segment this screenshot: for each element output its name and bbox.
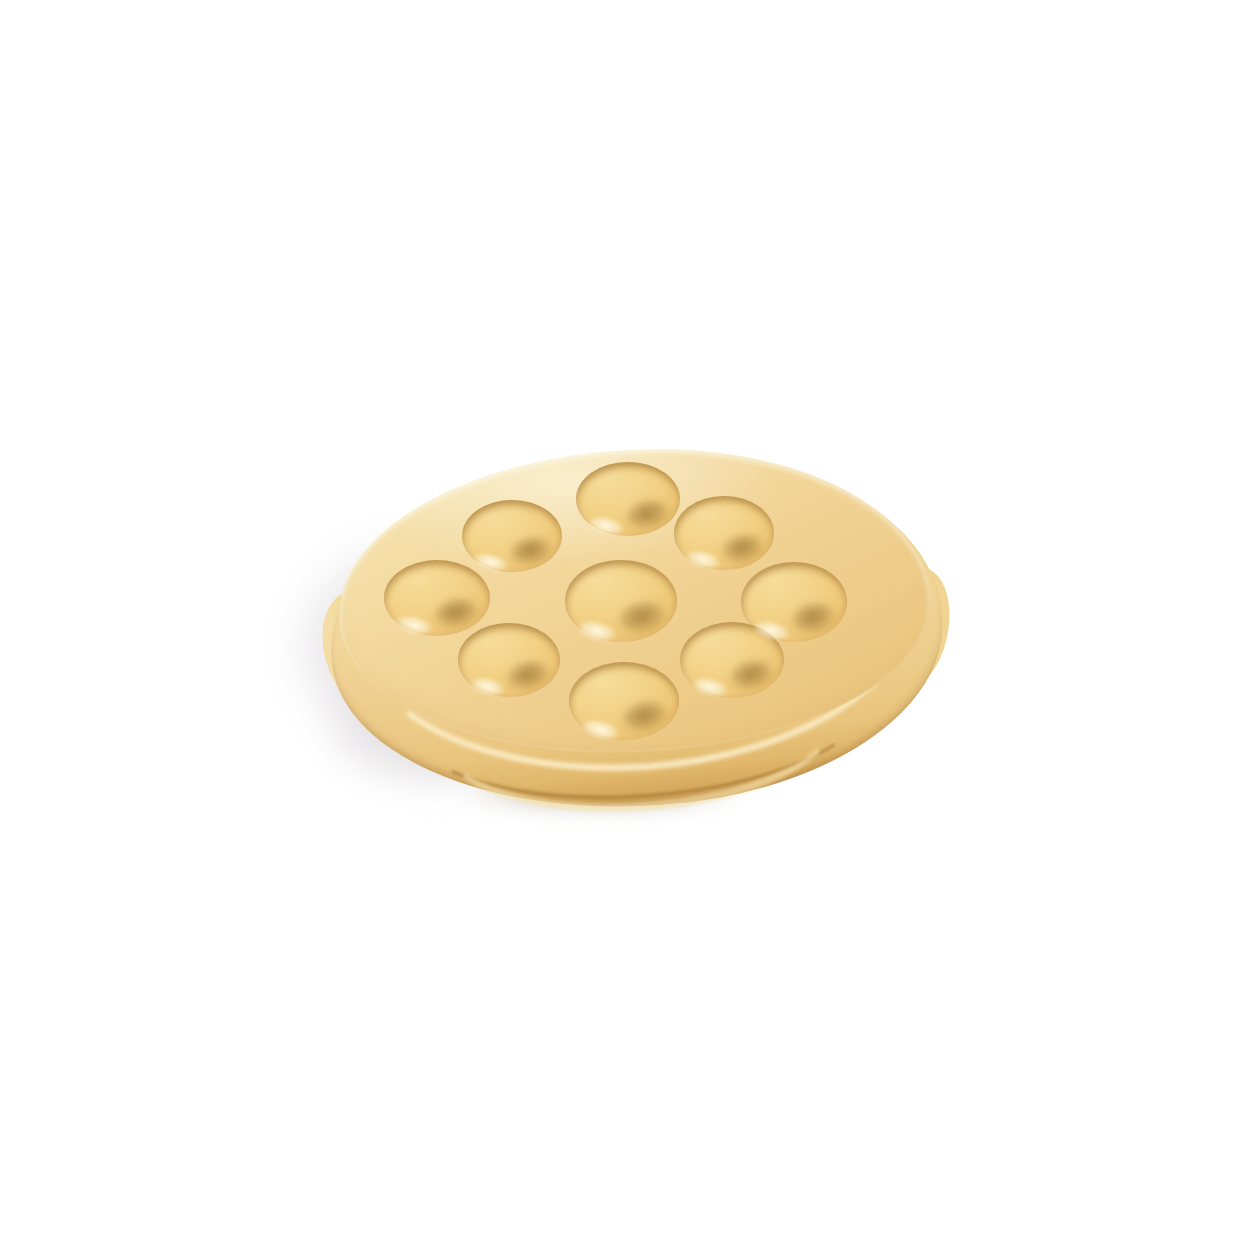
pit-s[interactable]: [569, 662, 679, 740]
studio-background: [0, 0, 1260, 1260]
pit-specular-highlight: [577, 507, 636, 544]
pit-specular-highlight: [675, 541, 732, 578]
pit-specular-highlight: [385, 606, 445, 644]
pit-e[interactable]: [741, 562, 847, 642]
pit-sw[interactable]: [458, 623, 560, 697]
pit-w[interactable]: [384, 560, 490, 636]
pit-board: [0, 0, 1260, 1260]
pit-specular-highlight: [570, 709, 632, 749]
pit-nw[interactable]: [462, 500, 562, 572]
pit-specular-highlight: [681, 668, 740, 706]
pit-ne[interactable]: [674, 496, 774, 570]
pit-specular-highlight: [459, 668, 517, 705]
pit-specular-highlight: [566, 610, 629, 651]
pit-c[interactable]: [565, 560, 677, 642]
pit-n[interactable]: [576, 462, 680, 536]
